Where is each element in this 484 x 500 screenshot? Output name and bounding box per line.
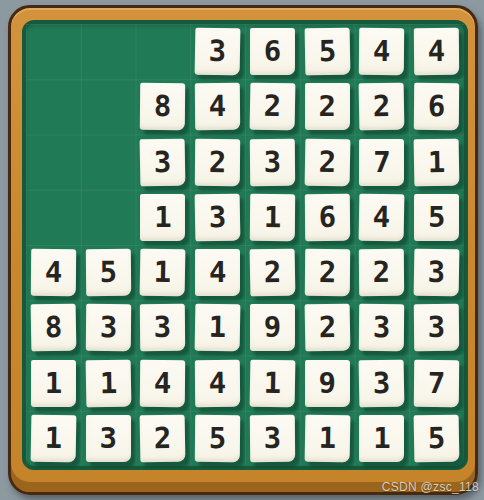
cell-r2c2	[81, 79, 136, 134]
tile-r4c3[interactable]: 1	[140, 194, 185, 241]
cell-r2c1	[26, 79, 81, 134]
tile-number: 3	[209, 203, 227, 232]
cell-r3c7: 7	[355, 135, 410, 190]
tile-number: 3	[428, 313, 446, 342]
cell-r8c6: 1	[300, 411, 355, 466]
cell-r7c6: 9	[300, 356, 355, 411]
tile-r7c8[interactable]: 7	[414, 359, 459, 406]
tile-number: 4	[209, 258, 226, 287]
cell-r1c7: 4	[355, 24, 410, 79]
tile-r3c5[interactable]: 3	[250, 138, 295, 185]
tile-number: 3	[99, 424, 116, 453]
cell-r5c7: 2	[355, 245, 410, 300]
tile-r3c4[interactable]: 2	[195, 138, 240, 185]
tile-number: 9	[264, 313, 281, 342]
cell-r5c6: 2	[300, 245, 355, 300]
tile-number: 3	[428, 258, 446, 287]
cell-r6c3: 3	[136, 300, 191, 355]
cell-r4c1	[26, 190, 81, 245]
tile-r2c3[interactable]: 8	[140, 83, 185, 130]
cell-r6c7: 3	[355, 300, 410, 355]
cell-r1c3	[136, 24, 191, 79]
tile-number: 2	[209, 148, 227, 177]
tile-number: 5	[209, 424, 227, 453]
tile-number: 7	[428, 369, 446, 398]
cell-r4c6: 6	[300, 190, 355, 245]
tile-number: 5	[99, 258, 117, 287]
cell-r8c8: 5	[409, 411, 464, 466]
tile-number: 4	[209, 369, 227, 398]
cell-r2c5: 2	[245, 79, 300, 134]
tile-r3c8[interactable]: 1	[414, 138, 460, 186]
tile-r6c3[interactable]: 3	[140, 304, 185, 351]
cell-r2c6: 2	[300, 79, 355, 134]
tile-number: 1	[263, 368, 281, 397]
tile-r7c5[interactable]: 1	[249, 359, 295, 407]
tile-number: 9	[318, 369, 335, 398]
tile-r6c5[interactable]: 9	[250, 304, 295, 351]
cell-r5c5: 2	[245, 245, 300, 300]
tile-number: 4	[45, 258, 63, 287]
cell-r3c3: 3	[136, 135, 191, 190]
tile-number: 2	[373, 258, 391, 287]
cell-r1c8: 4	[409, 24, 464, 79]
tile-number: 4	[209, 92, 227, 121]
tile-r4c6[interactable]: 6	[304, 194, 349, 241]
tile-number: 1	[264, 203, 282, 232]
game-board-frame: 3654484222632327113164545142223833192331…	[8, 5, 478, 495]
cell-r4c5: 1	[245, 190, 300, 245]
tile-number: 1	[99, 368, 117, 397]
tile-number: 2	[263, 258, 281, 287]
tile-r8c5[interactable]: 3	[250, 415, 295, 462]
cell-r5c1: 4	[26, 245, 81, 300]
tile-r6c1[interactable]: 8	[30, 304, 76, 352]
tile-r2c5[interactable]: 2	[249, 83, 295, 131]
tile-r6c2[interactable]: 3	[85, 304, 130, 351]
tile-number: 5	[318, 37, 336, 66]
tile-r8c2[interactable]: 3	[86, 415, 131, 462]
tile-number: 2	[318, 92, 335, 121]
cell-r5c4: 4	[190, 245, 245, 300]
tile-r7c7[interactable]: 3	[359, 359, 405, 407]
tile-r6c6[interactable]: 2	[304, 304, 350, 352]
tile-r1c5[interactable]: 6	[250, 28, 295, 75]
tile-r7c1[interactable]: 1	[31, 360, 76, 407]
cell-r6c5: 9	[245, 300, 300, 355]
tile-r5c3[interactable]: 1	[140, 249, 186, 297]
cell-r6c8: 3	[409, 300, 464, 355]
cell-r4c7: 4	[355, 190, 410, 245]
tile-r5c7[interactable]: 2	[359, 249, 404, 296]
tile-number: 1	[428, 147, 446, 176]
tile-r7c4[interactable]: 4	[195, 359, 240, 406]
cell-r7c5: 1	[245, 356, 300, 411]
tile-number: 4	[154, 369, 172, 398]
tile-number: 1	[154, 203, 171, 232]
tile-number: 5	[428, 203, 445, 232]
tile-number: 1	[44, 424, 62, 453]
tile-r8c4[interactable]: 5	[195, 415, 240, 462]
tile-r4c4[interactable]: 3	[195, 193, 241, 241]
tile-number: 4	[373, 37, 391, 66]
tile-number: 6	[428, 92, 446, 121]
tile-number: 7	[373, 148, 390, 177]
cell-r1c6: 5	[300, 24, 355, 79]
tile-r3c7[interactable]: 7	[359, 139, 404, 186]
tile-r3c6[interactable]: 2	[304, 138, 350, 186]
tile-r2c6[interactable]: 2	[305, 83, 350, 130]
cell-r1c5: 6	[245, 24, 300, 79]
tile-r5c8[interactable]: 3	[414, 249, 460, 297]
board-grid: 3654484222632327113164545142223833192331…	[26, 24, 464, 466]
tile-number: 3	[99, 313, 117, 342]
tile-r7c2[interactable]: 1	[85, 359, 131, 407]
tile-number: 3	[264, 424, 282, 453]
screen: 3654484222632327113164545142223833192331…	[0, 0, 484, 500]
cell-r5c3: 1	[136, 245, 191, 300]
cell-r6c6: 2	[300, 300, 355, 355]
cell-r4c4: 3	[190, 190, 245, 245]
tile-number: 2	[263, 92, 281, 121]
cell-r4c2	[81, 190, 136, 245]
tile-r8c3[interactable]: 2	[140, 414, 186, 462]
game-board: 3654484222632327113164545142223833192331…	[22, 20, 468, 470]
cell-r2c8: 6	[409, 79, 464, 134]
tile-number: 1	[318, 424, 336, 453]
tile-r5c2[interactable]: 5	[85, 249, 130, 296]
cell-r1c2	[81, 24, 136, 79]
tile-r4c8[interactable]: 5	[414, 194, 459, 241]
cell-r2c7: 2	[355, 79, 410, 134]
cell-r8c3: 2	[136, 411, 191, 466]
tile-r1c8[interactable]: 4	[414, 28, 459, 75]
tile-r4c5[interactable]: 1	[250, 194, 295, 241]
cell-r6c1: 8	[26, 300, 81, 355]
tile-r2c8[interactable]: 6	[414, 83, 459, 130]
cell-r2c4: 4	[190, 79, 245, 134]
cell-r8c2: 3	[81, 411, 136, 466]
tile-r5c5[interactable]: 2	[249, 249, 295, 297]
cell-r3c1	[26, 135, 81, 190]
cell-r4c8: 5	[409, 190, 464, 245]
tile-number: 2	[318, 258, 336, 287]
cell-r7c7: 3	[355, 356, 410, 411]
cell-r7c3: 4	[136, 356, 191, 411]
tile-number: 6	[318, 203, 336, 232]
watermark: CSDN @zsc_118	[382, 480, 479, 494]
tile-r8c1[interactable]: 1	[30, 414, 76, 462]
tile-r1c6[interactable]: 5	[304, 28, 350, 76]
tile-number: 2	[318, 313, 336, 342]
tile-r3c3[interactable]: 3	[140, 138, 186, 186]
cell-r7c8: 7	[409, 356, 464, 411]
tile-r1c4[interactable]: 3	[195, 28, 241, 76]
cell-r8c7: 1	[355, 411, 410, 466]
cell-r7c1: 1	[26, 356, 81, 411]
tile-r5c1[interactable]: 4	[31, 249, 76, 296]
tile-number: 1	[45, 369, 62, 398]
tile-number: 2	[154, 424, 172, 453]
tile-number: 2	[318, 147, 336, 176]
tile-number: 4	[373, 203, 391, 232]
tile-number: 3	[209, 37, 227, 66]
tile-number: 8	[44, 313, 62, 342]
tile-number: 1	[373, 424, 390, 453]
cell-r3c4: 2	[190, 135, 245, 190]
cell-r4c3: 1	[136, 190, 191, 245]
cell-r7c4: 4	[190, 356, 245, 411]
tile-r1c7[interactable]: 4	[359, 28, 404, 75]
tile-r6c4[interactable]: 1	[195, 304, 241, 352]
tile-number: 3	[154, 147, 172, 176]
tile-r5c4[interactable]: 4	[195, 249, 240, 296]
cell-r8c1: 1	[26, 411, 81, 466]
tile-number: 1	[209, 313, 227, 342]
cell-r6c4: 1	[190, 300, 245, 355]
tile-r4c7[interactable]: 4	[359, 193, 405, 241]
tile-number: 1	[154, 258, 172, 287]
cell-r7c2: 1	[81, 356, 136, 411]
cell-r2c3: 8	[136, 79, 191, 134]
cell-r3c2	[81, 135, 136, 190]
cell-r5c2: 5	[81, 245, 136, 300]
tile-number: 8	[154, 92, 172, 121]
tile-r8c6[interactable]: 1	[304, 414, 350, 462]
cell-r1c1	[26, 24, 81, 79]
cell-r5c8: 3	[409, 245, 464, 300]
tile-r8c7[interactable]: 1	[359, 415, 404, 462]
tile-r2c7[interactable]: 2	[359, 83, 405, 131]
tile-number: 3	[373, 368, 391, 397]
tile-number: 3	[264, 148, 282, 177]
tile-number: 4	[428, 37, 446, 66]
tile-r7c6[interactable]: 9	[305, 360, 350, 407]
tile-number: 2	[373, 92, 391, 121]
tile-number: 6	[264, 37, 281, 66]
cell-r8c4: 5	[190, 411, 245, 466]
tile-r7c3[interactable]: 4	[140, 359, 185, 406]
cell-r3c6: 2	[300, 135, 355, 190]
tile-r2c4[interactable]: 4	[195, 83, 240, 130]
tile-r5c6[interactable]: 2	[304, 249, 349, 296]
cell-r1c4: 3	[190, 24, 245, 79]
tile-r8c8[interactable]: 5	[414, 414, 460, 462]
tile-number: 3	[154, 313, 172, 342]
tile-r6c7[interactable]: 3	[359, 304, 404, 351]
cell-r6c2: 3	[81, 300, 136, 355]
cell-r3c8: 1	[409, 135, 464, 190]
tile-r6c8[interactable]: 3	[414, 304, 459, 351]
tile-number: 3	[373, 313, 391, 342]
cell-r8c5: 3	[245, 411, 300, 466]
cell-r3c5: 3	[245, 135, 300, 190]
tile-number: 5	[428, 424, 446, 453]
